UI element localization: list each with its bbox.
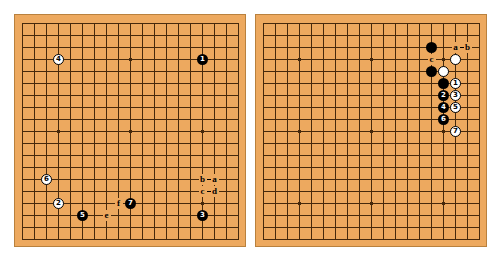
point-label-a: a bbox=[211, 174, 219, 185]
black-stone-5: 5 bbox=[77, 210, 88, 221]
hoshi-point bbox=[442, 202, 445, 205]
hoshi-point bbox=[442, 130, 445, 133]
black-stone-6: 6 bbox=[438, 114, 449, 125]
point-label-b: b bbox=[464, 42, 472, 53]
go-diagrams: bacdef1234567 abc1234567 bbox=[14, 14, 487, 247]
black-stone bbox=[426, 66, 437, 77]
label-dash bbox=[207, 179, 211, 180]
hoshi-point bbox=[129, 58, 132, 61]
black-stone-2: 2 bbox=[438, 90, 449, 101]
black-stone bbox=[438, 78, 449, 89]
hoshi-point bbox=[57, 130, 60, 133]
diagram-2-grid: abc1234567 bbox=[263, 23, 480, 240]
go-board-diagram-2: abc1234567 bbox=[255, 14, 487, 247]
point-label-f: f bbox=[115, 198, 123, 209]
white-stone bbox=[438, 66, 449, 77]
hoshi-point bbox=[201, 202, 204, 205]
black-stone-7: 7 bbox=[125, 198, 136, 209]
hoshi-point bbox=[298, 202, 301, 205]
hoshi-point bbox=[298, 130, 301, 133]
white-stone-7: 7 bbox=[450, 126, 461, 137]
go-board-diagram-1: bacdef1234567 bbox=[14, 14, 246, 247]
point-label-c: c bbox=[428, 54, 436, 65]
page: bacdef1234567 abc1234567 bbox=[0, 0, 500, 263]
point-label-c: c bbox=[199, 186, 207, 197]
hoshi-point bbox=[370, 58, 373, 61]
hoshi-point bbox=[129, 130, 132, 133]
point-label-e: e bbox=[103, 210, 111, 221]
label-dash bbox=[207, 191, 211, 192]
black-stone-1: 1 bbox=[197, 54, 208, 65]
black-stone-4: 4 bbox=[438, 102, 449, 113]
hoshi-point bbox=[201, 130, 204, 133]
white-stone-4: 4 bbox=[53, 54, 64, 65]
black-stone bbox=[426, 42, 437, 53]
hoshi-point bbox=[370, 130, 373, 133]
diagram-1-grid: bacdef1234567 bbox=[22, 23, 239, 240]
black-stone-3: 3 bbox=[197, 210, 208, 221]
white-stone-1: 1 bbox=[450, 78, 461, 89]
white-stone-3: 3 bbox=[450, 90, 461, 101]
hoshi-point bbox=[298, 58, 301, 61]
point-label-b: b bbox=[199, 174, 207, 185]
white-stone-2: 2 bbox=[53, 198, 64, 209]
hoshi-point bbox=[442, 58, 445, 61]
white-stone-5: 5 bbox=[450, 102, 461, 113]
point-label-a: a bbox=[452, 42, 460, 53]
point-label-d: d bbox=[211, 186, 219, 197]
label-dash bbox=[460, 47, 464, 48]
hoshi-point bbox=[370, 202, 373, 205]
white-stone-6: 6 bbox=[41, 174, 52, 185]
white-stone bbox=[450, 54, 461, 65]
